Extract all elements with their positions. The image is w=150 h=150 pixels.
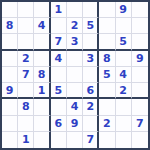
sudoku-cell-r9c2[interactable]: 1 [18,132,34,148]
sudoku-cell-r5c2[interactable]: 7 [18,67,34,83]
sudoku-cell-r6c4[interactable]: 5 [51,83,67,99]
sudoku-cell-r7c4[interactable] [51,99,67,115]
sudoku-cell-r6c8[interactable]: 2 [116,83,132,99]
sudoku-cell-r4c8[interactable] [116,51,132,67]
sudoku-cell-r4c4[interactable]: 4 [51,51,67,67]
sudoku-cell-r2c8[interactable] [116,18,132,34]
sudoku-cell-r1c2[interactable] [18,2,34,18]
sudoku-cell-r2c7[interactable] [99,18,115,34]
sudoku-cell-r7c3[interactable] [34,99,50,115]
sudoku-cell-r5c1[interactable] [2,67,18,83]
sudoku-cell-r6c1[interactable]: 9 [2,83,18,99]
sudoku-cell-r3c7[interactable] [99,34,115,50]
sudoku-cell-r5c4[interactable] [51,67,67,83]
sudoku-cell-r1c9[interactable] [132,2,148,18]
sudoku-cell-r4c1[interactable] [2,51,18,67]
sudoku-cell-r3c3[interactable] [34,34,50,50]
sudoku-cell-r2c9[interactable] [132,18,148,34]
sudoku-cell-r8c2[interactable] [18,116,34,132]
sudoku-cell-r3c9[interactable] [132,34,148,50]
sudoku-cell-r7c9[interactable] [132,99,148,115]
sudoku-cell-r1c8[interactable]: 9 [116,2,132,18]
sudoku-cell-r8c8[interactable] [116,116,132,132]
sudoku-cell-r1c5[interactable] [67,2,83,18]
sudoku-cell-r6c9[interactable] [132,83,148,99]
sudoku-cell-r4c9[interactable]: 9 [132,51,148,67]
sudoku-cell-r4c5[interactable] [67,51,83,67]
sudoku-cell-r7c2[interactable]: 8 [18,99,34,115]
sudoku-cell-r9c1[interactable] [2,132,18,148]
sudoku-cell-r4c6[interactable]: 3 [83,51,99,67]
sudoku-cell-r3c1[interactable] [2,34,18,50]
sudoku-cell-r6c7[interactable] [99,83,115,99]
sudoku-cell-r7c5[interactable]: 4 [67,99,83,115]
sudoku-cell-r2c6[interactable]: 5 [83,18,99,34]
sudoku-cell-r8c4[interactable]: 6 [51,116,67,132]
sudoku-cell-r9c3[interactable] [34,132,50,148]
sudoku-cell-r9c9[interactable] [132,132,148,148]
sudoku-cell-r8c1[interactable] [2,116,18,132]
sudoku-cell-r4c3[interactable] [34,51,50,67]
sudoku-cell-r3c8[interactable]: 5 [116,34,132,50]
sudoku-cell-r4c2[interactable]: 2 [18,51,34,67]
sudoku-cell-r1c6[interactable] [83,2,99,18]
sudoku-cell-r8c6[interactable] [83,116,99,132]
sudoku-cell-r6c3[interactable]: 1 [34,83,50,99]
sudoku-cell-r7c8[interactable] [116,99,132,115]
sudoku-cell-r5c3[interactable]: 8 [34,67,50,83]
sudoku-cell-r8c5[interactable]: 9 [67,116,83,132]
sudoku-cell-r7c7[interactable] [99,99,115,115]
sudoku-cell-r1c4[interactable]: 1 [51,2,67,18]
sudoku-cell-r2c4[interactable] [51,18,67,34]
sudoku-cell-r6c2[interactable] [18,83,34,99]
sudoku-cell-r9c7[interactable] [99,132,115,148]
sudoku-cell-r9c8[interactable] [116,132,132,148]
sudoku-cell-r9c4[interactable] [51,132,67,148]
sudoku-cell-r8c7[interactable]: 2 [99,116,115,132]
sudoku-cell-r2c2[interactable] [18,18,34,34]
sudoku-cell-r5c8[interactable]: 4 [116,67,132,83]
sudoku-cell-r3c5[interactable]: 3 [67,34,83,50]
sudoku-cell-r7c6[interactable]: 2 [83,99,99,115]
sudoku-cell-r5c7[interactable]: 5 [99,67,115,83]
sudoku-cell-r2c5[interactable]: 2 [67,18,83,34]
sudoku-cell-r4c7[interactable]: 8 [99,51,115,67]
sudoku-cell-r8c3[interactable] [34,116,50,132]
sudoku-cell-r1c7[interactable] [99,2,115,18]
sudoku-cell-r3c6[interactable] [83,34,99,50]
sudoku-cell-r1c1[interactable] [2,2,18,18]
sudoku-cell-r5c5[interactable] [67,67,83,83]
sudoku-cell-r3c2[interactable] [18,34,34,50]
sudoku-cell-r1c3[interactable] [34,2,50,18]
sudoku-cell-r6c5[interactable] [67,83,83,99]
sudoku-cell-r9c6[interactable]: 7 [83,132,99,148]
sudoku-board: 19842573524389785491562842692717 [0,0,150,150]
sudoku-cell-r8c9[interactable]: 7 [132,116,148,132]
sudoku-cell-r3c4[interactable]: 7 [51,34,67,50]
sudoku-cell-r6c6[interactable]: 6 [83,83,99,99]
sudoku-cell-r2c3[interactable]: 4 [34,18,50,34]
sudoku-cell-r9c5[interactable] [67,132,83,148]
sudoku-cell-r5c9[interactable] [132,67,148,83]
sudoku-cell-r7c1[interactable] [2,99,18,115]
sudoku-cell-r5c6[interactable] [83,67,99,83]
sudoku-cell-r2c1[interactable]: 8 [2,18,18,34]
